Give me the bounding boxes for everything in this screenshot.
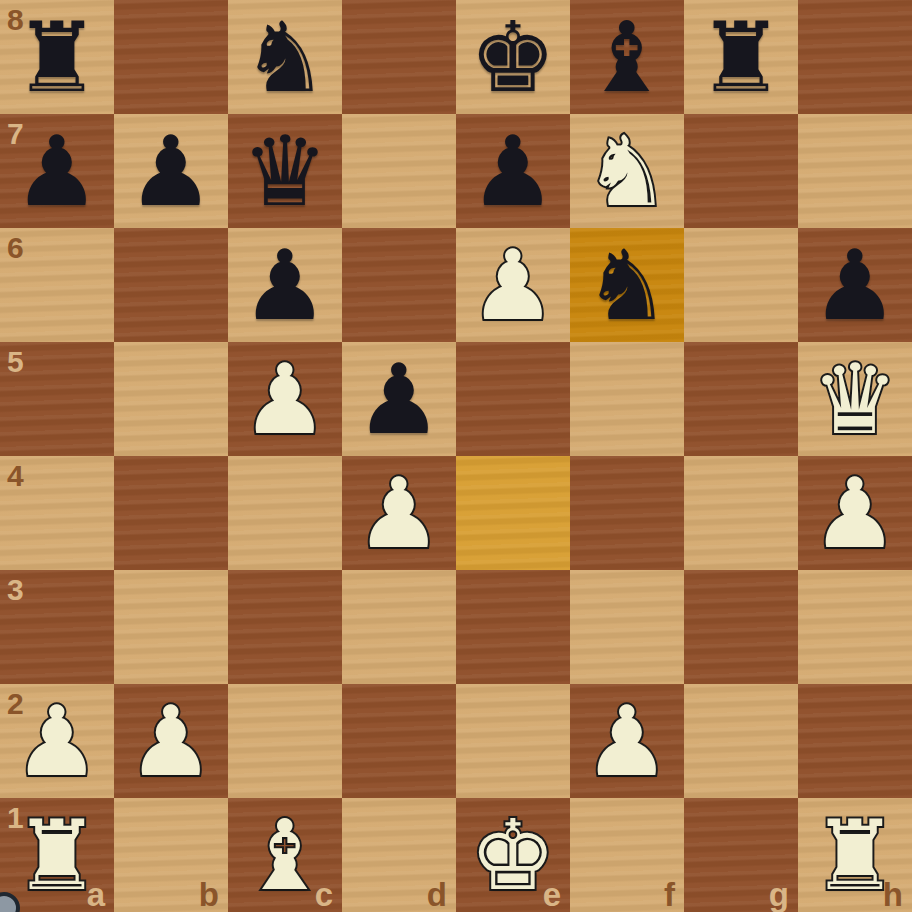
rank-label-5: 5 [7, 345, 24, 379]
piece-black-rook[interactable]: ♜ [14, 9, 101, 106]
square-b1[interactable]: b [114, 798, 228, 912]
piece-black-rook[interactable]: ♜ [698, 9, 785, 106]
piece-black-pawn[interactable]: ♟ [812, 237, 899, 334]
square-g5[interactable] [684, 342, 798, 456]
square-a8[interactable]: ♜8 [0, 0, 114, 114]
square-h8[interactable] [798, 0, 912, 114]
file-label-f: f [664, 876, 675, 912]
chess-board-wrap: ♜8♞♚♝♜♟7♟♛♟♞6♟♟♞♟5♟♟♛4♟♟3♟2♟♟♜1ab♝cd♚efg… [0, 0, 912, 912]
square-g1[interactable]: g [684, 798, 798, 912]
file-label-d: d [427, 876, 447, 912]
square-e4[interactable] [456, 456, 570, 570]
square-e5[interactable] [456, 342, 570, 456]
square-b2[interactable]: ♟ [114, 684, 228, 798]
piece-white-pawn[interactable]: ♟ [812, 465, 899, 562]
square-e8[interactable]: ♚ [456, 0, 570, 114]
square-b7[interactable]: ♟ [114, 114, 228, 228]
square-f3[interactable] [570, 570, 684, 684]
piece-white-pawn[interactable]: ♟ [356, 465, 443, 562]
piece-black-pawn[interactable]: ♟ [242, 237, 329, 334]
square-c6[interactable]: ♟ [228, 228, 342, 342]
piece-white-rook[interactable]: ♜ [812, 807, 899, 904]
piece-white-knight[interactable]: ♞ [584, 123, 671, 220]
square-c7[interactable]: ♛ [228, 114, 342, 228]
square-d3[interactable] [342, 570, 456, 684]
square-g3[interactable] [684, 570, 798, 684]
piece-white-pawn[interactable]: ♟ [128, 693, 215, 790]
piece-white-bishop[interactable]: ♝ [242, 807, 329, 904]
square-a5[interactable]: 5 [0, 342, 114, 456]
square-g6[interactable] [684, 228, 798, 342]
square-b4[interactable] [114, 456, 228, 570]
square-b6[interactable] [114, 228, 228, 342]
square-a2[interactable]: ♟2 [0, 684, 114, 798]
square-f4[interactable] [570, 456, 684, 570]
file-label-b: b [199, 876, 219, 912]
square-d2[interactable] [342, 684, 456, 798]
square-g2[interactable] [684, 684, 798, 798]
square-c4[interactable] [228, 456, 342, 570]
square-h4[interactable]: ♟ [798, 456, 912, 570]
square-a3[interactable]: 3 [0, 570, 114, 684]
piece-black-knight[interactable]: ♞ [584, 237, 671, 334]
square-e6[interactable]: ♟ [456, 228, 570, 342]
square-b8[interactable] [114, 0, 228, 114]
square-e3[interactable] [456, 570, 570, 684]
piece-black-queen[interactable]: ♛ [242, 123, 329, 220]
square-h1[interactable]: ♜h [798, 798, 912, 912]
square-a6[interactable]: 6 [0, 228, 114, 342]
square-h2[interactable] [798, 684, 912, 798]
piece-black-pawn[interactable]: ♟ [356, 351, 443, 448]
square-f7[interactable]: ♞ [570, 114, 684, 228]
piece-black-pawn[interactable]: ♟ [128, 123, 215, 220]
square-c3[interactable] [228, 570, 342, 684]
file-label-g: g [769, 876, 789, 912]
square-c8[interactable]: ♞ [228, 0, 342, 114]
rank-label-3: 3 [7, 573, 24, 607]
square-a4[interactable]: 4 [0, 456, 114, 570]
square-d5[interactable]: ♟ [342, 342, 456, 456]
square-e2[interactable] [456, 684, 570, 798]
square-b3[interactable] [114, 570, 228, 684]
square-a7[interactable]: ♟7 [0, 114, 114, 228]
square-h6[interactable]: ♟ [798, 228, 912, 342]
piece-black-pawn[interactable]: ♟ [470, 123, 557, 220]
piece-white-king[interactable]: ♚ [470, 807, 557, 904]
square-h7[interactable] [798, 114, 912, 228]
chess-board: ♜8♞♚♝♜♟7♟♛♟♞6♟♟♞♟5♟♟♛4♟♟3♟2♟♟♜1ab♝cd♚efg… [0, 0, 912, 912]
square-f8[interactable]: ♝ [570, 0, 684, 114]
square-f1[interactable]: f [570, 798, 684, 912]
square-e1[interactable]: ♚e [456, 798, 570, 912]
square-g8[interactable]: ♜ [684, 0, 798, 114]
square-g4[interactable] [684, 456, 798, 570]
piece-white-pawn[interactable]: ♟ [470, 237, 557, 334]
square-f6[interactable]: ♞ [570, 228, 684, 342]
square-c1[interactable]: ♝c [228, 798, 342, 912]
square-f5[interactable] [570, 342, 684, 456]
piece-white-pawn[interactable]: ♟ [242, 351, 329, 448]
square-c2[interactable] [228, 684, 342, 798]
piece-black-knight[interactable]: ♞ [242, 9, 329, 106]
piece-white-pawn[interactable]: ♟ [584, 693, 671, 790]
piece-black-king[interactable]: ♚ [470, 9, 557, 106]
square-d6[interactable] [342, 228, 456, 342]
square-g7[interactable] [684, 114, 798, 228]
square-f2[interactable]: ♟ [570, 684, 684, 798]
piece-white-pawn[interactable]: ♟ [14, 693, 101, 790]
piece-white-rook[interactable]: ♜ [14, 807, 101, 904]
square-h3[interactable] [798, 570, 912, 684]
piece-black-bishop[interactable]: ♝ [584, 9, 671, 106]
rank-label-4: 4 [7, 459, 24, 493]
piece-black-pawn[interactable]: ♟ [14, 123, 101, 220]
square-a1[interactable]: ♜1a [0, 798, 114, 912]
piece-white-queen[interactable]: ♛ [812, 351, 899, 448]
square-e7[interactable]: ♟ [456, 114, 570, 228]
square-b5[interactable] [114, 342, 228, 456]
square-d4[interactable]: ♟ [342, 456, 456, 570]
square-c5[interactable]: ♟ [228, 342, 342, 456]
square-d7[interactable] [342, 114, 456, 228]
square-d8[interactable] [342, 0, 456, 114]
rank-label-6: 6 [7, 231, 24, 265]
square-h5[interactable]: ♛ [798, 342, 912, 456]
square-d1[interactable]: d [342, 798, 456, 912]
